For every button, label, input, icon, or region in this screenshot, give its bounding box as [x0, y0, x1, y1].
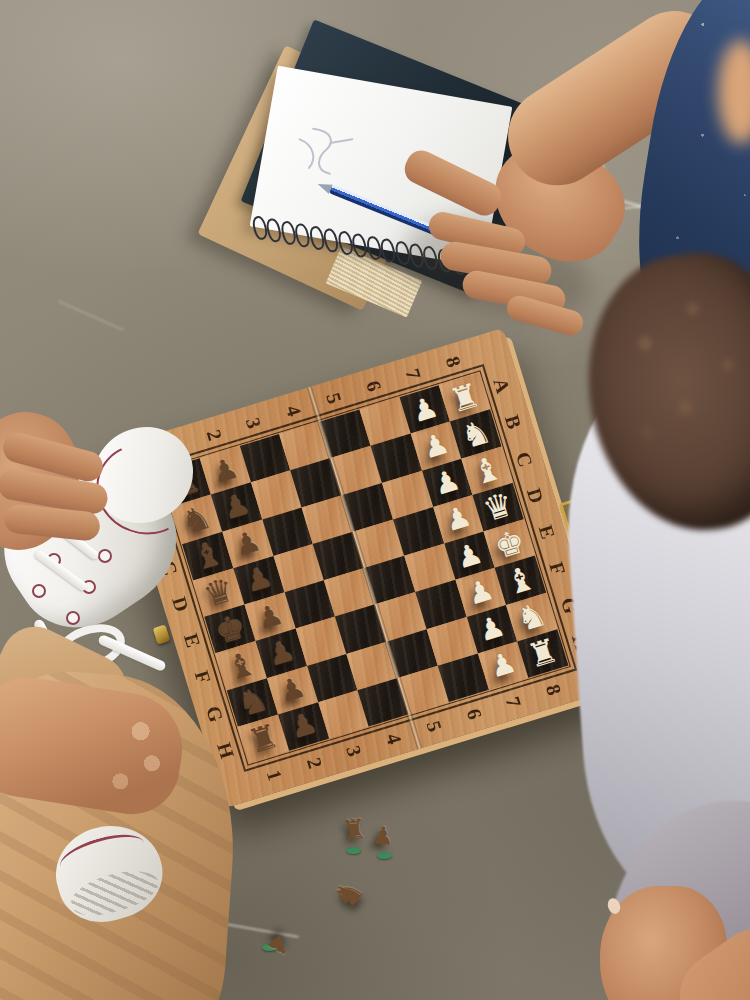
piece-wp-d7[interactable]: ♟ [442, 502, 475, 537]
rank-label-bottom-2: 2 [290, 743, 338, 783]
piece-wp-e7[interactable]: ♟ [453, 538, 486, 573]
rank-label-bottom-text-4: 4 [383, 730, 405, 745]
piece-wp-a7[interactable]: ♟ [408, 392, 441, 427]
rank-label-bottom-text-5: 5 [423, 718, 445, 733]
file-label-right-text-B: B [502, 413, 525, 432]
rank-label-bottom-3: 3 [330, 730, 378, 770]
file-label-right-A: A [483, 363, 522, 408]
scene: ♜♟♟♜♞♟♟♞♝♟♟♝♛♟♟♛♚♟♟♚♝♟♟♝♞♟♟♞♜♟♟♜ 1234567… [0, 0, 750, 1000]
piece-br-h1[interactable]: ♜ [244, 719, 282, 759]
rank-label-top-text-6: 6 [363, 378, 385, 393]
file-label-right-text-A: A [491, 376, 514, 396]
piece-bn-g1[interactable]: ♞ [233, 682, 271, 722]
piece-bp-d2[interactable]: ♟ [242, 563, 275, 598]
piece-bp-f2[interactable]: ♟ [264, 636, 297, 671]
rank-label-bottom-7: 7 [490, 682, 538, 722]
lace-eyelet [32, 584, 46, 598]
lace-eyelet [98, 549, 112, 563]
rank-label-bottom-6: 6 [450, 694, 498, 734]
piece-wb-f8[interactable]: ♝ [502, 560, 540, 600]
file-label-left-text-F: F [192, 668, 215, 686]
piece-bp-a2[interactable]: ♟ [208, 453, 241, 488]
piece-bp-g2[interactable]: ♟ [275, 672, 308, 707]
piece-bp-e2[interactable]: ♟ [253, 599, 286, 634]
piece-wp-c7[interactable]: ♟ [430, 465, 463, 500]
piece-bq-d1[interactable]: ♛ [200, 572, 238, 612]
rank-label-bottom-text-6: 6 [463, 706, 485, 721]
file-label-left-text-H: H [214, 740, 238, 761]
floor-scratch [58, 300, 125, 331]
rank-label-top-text-5: 5 [323, 390, 345, 405]
rank-label-bottom-text-2: 2 [303, 755, 325, 770]
piece-wp-h7[interactable]: ♟ [486, 648, 519, 683]
felt-base-pawn [377, 852, 392, 859]
file-label-right-text-D: D [524, 486, 547, 506]
piece-wr-h8[interactable]: ♜ [524, 633, 562, 673]
rank-label-bottom-text-8: 8 [543, 682, 565, 697]
spare-piece-rook[interactable]: ♜ [341, 815, 368, 844]
piece-bp-h2[interactable]: ♟ [287, 709, 320, 744]
piece-wk-e8[interactable]: ♚ [490, 523, 528, 563]
piece-bb-f1[interactable]: ♝ [222, 645, 260, 685]
file-label-right-E: E [528, 510, 567, 555]
file-label-right-text-E: E [535, 523, 558, 542]
spiral-ring [379, 237, 397, 263]
rank-label-top-text-8: 8 [443, 354, 465, 369]
piece-wb-c8[interactable]: ♝ [468, 450, 506, 490]
felt-base-rook [346, 847, 361, 854]
piece-wn-g8[interactable]: ♞ [513, 597, 551, 637]
spare-piece-knight[interactable]: ♞ [327, 873, 370, 916]
piece-wr-a8[interactable]: ♜ [446, 377, 484, 417]
file-label-right-text-F: F [547, 560, 570, 578]
file-label-right-B: B [494, 400, 533, 445]
rank-label-bottom-text-1: 1 [263, 767, 285, 782]
lace-eyelet [66, 611, 80, 625]
rank-label-top-text-7: 7 [403, 366, 425, 381]
file-label-right-C: C [505, 436, 544, 481]
file-label-right-text-C: C [513, 449, 536, 469]
file-label-left-text-E: E [181, 631, 204, 650]
piece-bk-e1[interactable]: ♚ [211, 609, 249, 649]
file-label-left-text-G: G [203, 703, 227, 724]
piece-wp-f7[interactable]: ♟ [464, 575, 497, 610]
piece-wq-d8[interactable]: ♛ [479, 487, 517, 527]
rank-label-bottom-8: 8 [530, 669, 578, 709]
piece-bp-c2[interactable]: ♟ [231, 526, 264, 561]
rank-label-top-text-3: 3 [243, 415, 265, 430]
file-label-right-D: D [516, 473, 555, 518]
piece-wp-g7[interactable]: ♟ [475, 611, 508, 646]
piece-wn-b8[interactable]: ♞ [457, 414, 495, 454]
rank-label-bottom-1: 1 [250, 755, 298, 795]
rank-label-top-text-4: 4 [283, 402, 305, 417]
spare-piece-pawn[interactable]: ♟ [371, 823, 394, 848]
piece-bb-c1[interactable]: ♝ [189, 536, 227, 576]
piece-bp-b2[interactable]: ♟ [220, 489, 253, 524]
board-squares: ♜♟♟♜♞♟♟♞♝♟♟♝♛♟♟♛♚♟♟♚♝♟♟♝♞♟♟♞♜♟♟♜ [160, 373, 569, 763]
file-label-left-text-D: D [169, 594, 192, 614]
rank-label-bottom-text-3: 3 [343, 743, 365, 758]
rank-label-top-text-2: 2 [203, 427, 225, 442]
piece-wp-b7[interactable]: ♟ [419, 428, 452, 463]
brass-hinge [153, 624, 170, 644]
rank-label-bottom-text-7: 7 [503, 694, 525, 709]
